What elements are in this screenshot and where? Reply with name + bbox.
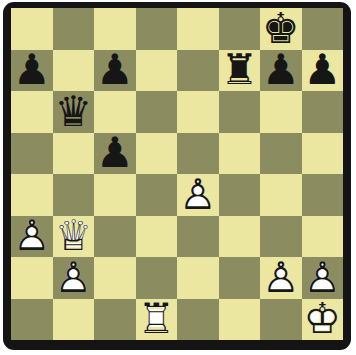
square-h2[interactable]: ♟♙ (302, 257, 344, 299)
square-e4[interactable]: ♟♙ (177, 174, 219, 216)
square-h4[interactable] (302, 174, 344, 216)
white-pawn-fill: ♟ (177, 174, 219, 216)
square-h5[interactable] (302, 133, 344, 175)
square-f1[interactable] (219, 299, 261, 341)
square-d2[interactable] (136, 257, 178, 299)
square-a6[interactable] (11, 91, 53, 133)
square-d6[interactable] (136, 91, 178, 133)
square-h1[interactable]: ♚♔ (302, 299, 344, 341)
square-c7[interactable]: ♟ (94, 50, 136, 92)
square-h8[interactable] (302, 8, 344, 50)
black-king[interactable]: ♚ (260, 8, 302, 50)
chess-board: ♚♟♟♜♟♟♛♟♟♙♟♙♛♕♟♙♟♙♟♙♜♖♚♔ (11, 8, 343, 340)
black-pawn[interactable]: ♟ (11, 50, 53, 92)
white-king-fill: ♚ (302, 299, 344, 341)
chess-app-page: ♚♟♟♜♟♟♛♟♟♙♟♙♛♕♟♙♟♙♟♙♜♖♚♔ (0, 0, 356, 355)
board-frame: ♚♟♟♜♟♟♛♟♟♙♟♙♛♕♟♙♟♙♟♙♜♖♚♔ (3, 2, 351, 350)
white-queen[interactable]: ♕ (53, 216, 95, 258)
square-g3[interactable] (260, 216, 302, 258)
square-f7[interactable]: ♜ (219, 50, 261, 92)
black-pawn[interactable]: ♟ (94, 50, 136, 92)
square-h7[interactable]: ♟ (302, 50, 344, 92)
square-a5[interactable] (11, 133, 53, 175)
square-g5[interactable] (260, 133, 302, 175)
square-g7[interactable]: ♟ (260, 50, 302, 92)
square-f5[interactable] (219, 133, 261, 175)
square-g2[interactable]: ♟♙ (260, 257, 302, 299)
white-pawn-fill: ♟ (302, 257, 344, 299)
square-e5[interactable] (177, 133, 219, 175)
square-b7[interactable] (53, 50, 95, 92)
square-a2[interactable] (11, 257, 53, 299)
square-e6[interactable] (177, 91, 219, 133)
white-pawn[interactable]: ♙ (260, 257, 302, 299)
black-queen[interactable]: ♛ (53, 91, 95, 133)
square-f3[interactable] (219, 216, 261, 258)
white-pawn-fill: ♟ (11, 216, 53, 258)
white-pawn-fill: ♟ (260, 257, 302, 299)
square-b5[interactable] (53, 133, 95, 175)
square-c5[interactable]: ♟ (94, 133, 136, 175)
square-e3[interactable] (177, 216, 219, 258)
square-e8[interactable] (177, 8, 219, 50)
square-e2[interactable] (177, 257, 219, 299)
white-pawn[interactable]: ♙ (302, 257, 344, 299)
square-a3[interactable]: ♟♙ (11, 216, 53, 258)
square-f6[interactable] (219, 91, 261, 133)
square-d3[interactable] (136, 216, 178, 258)
square-e7[interactable] (177, 50, 219, 92)
square-d5[interactable] (136, 133, 178, 175)
white-pawn-fill: ♟ (53, 257, 95, 299)
black-rook[interactable]: ♜ (219, 50, 261, 92)
square-g1[interactable] (260, 299, 302, 341)
square-c1[interactable] (94, 299, 136, 341)
square-h6[interactable] (302, 91, 344, 133)
square-b6[interactable]: ♛ (53, 91, 95, 133)
square-d4[interactable] (136, 174, 178, 216)
square-c2[interactable] (94, 257, 136, 299)
square-b2[interactable]: ♟♙ (53, 257, 95, 299)
square-b4[interactable] (53, 174, 95, 216)
square-b8[interactable] (53, 8, 95, 50)
white-pawn[interactable]: ♙ (53, 257, 95, 299)
black-pawn[interactable]: ♟ (94, 133, 136, 175)
square-c4[interactable] (94, 174, 136, 216)
square-g6[interactable] (260, 91, 302, 133)
white-rook-fill: ♜ (136, 299, 178, 341)
white-pawn[interactable]: ♙ (177, 174, 219, 216)
square-b1[interactable] (53, 299, 95, 341)
square-c8[interactable] (94, 8, 136, 50)
square-d1[interactable]: ♜♖ (136, 299, 178, 341)
black-pawn[interactable]: ♟ (302, 50, 344, 92)
square-g4[interactable] (260, 174, 302, 216)
square-a1[interactable] (11, 299, 53, 341)
square-d8[interactable] (136, 8, 178, 50)
square-a4[interactable] (11, 174, 53, 216)
white-queen-fill: ♛ (53, 216, 95, 258)
square-h3[interactable] (302, 216, 344, 258)
square-f2[interactable] (219, 257, 261, 299)
square-a8[interactable] (11, 8, 53, 50)
black-pawn[interactable]: ♟ (260, 50, 302, 92)
square-d7[interactable] (136, 50, 178, 92)
white-rook[interactable]: ♖ (136, 299, 178, 341)
square-f8[interactable] (219, 8, 261, 50)
white-pawn[interactable]: ♙ (11, 216, 53, 258)
square-g8[interactable]: ♚ (260, 8, 302, 50)
square-c3[interactable] (94, 216, 136, 258)
white-king[interactable]: ♔ (302, 299, 344, 341)
square-a7[interactable]: ♟ (11, 50, 53, 92)
square-f4[interactable] (219, 174, 261, 216)
square-b3[interactable]: ♛♕ (53, 216, 95, 258)
square-e1[interactable] (177, 299, 219, 341)
square-c6[interactable] (94, 91, 136, 133)
